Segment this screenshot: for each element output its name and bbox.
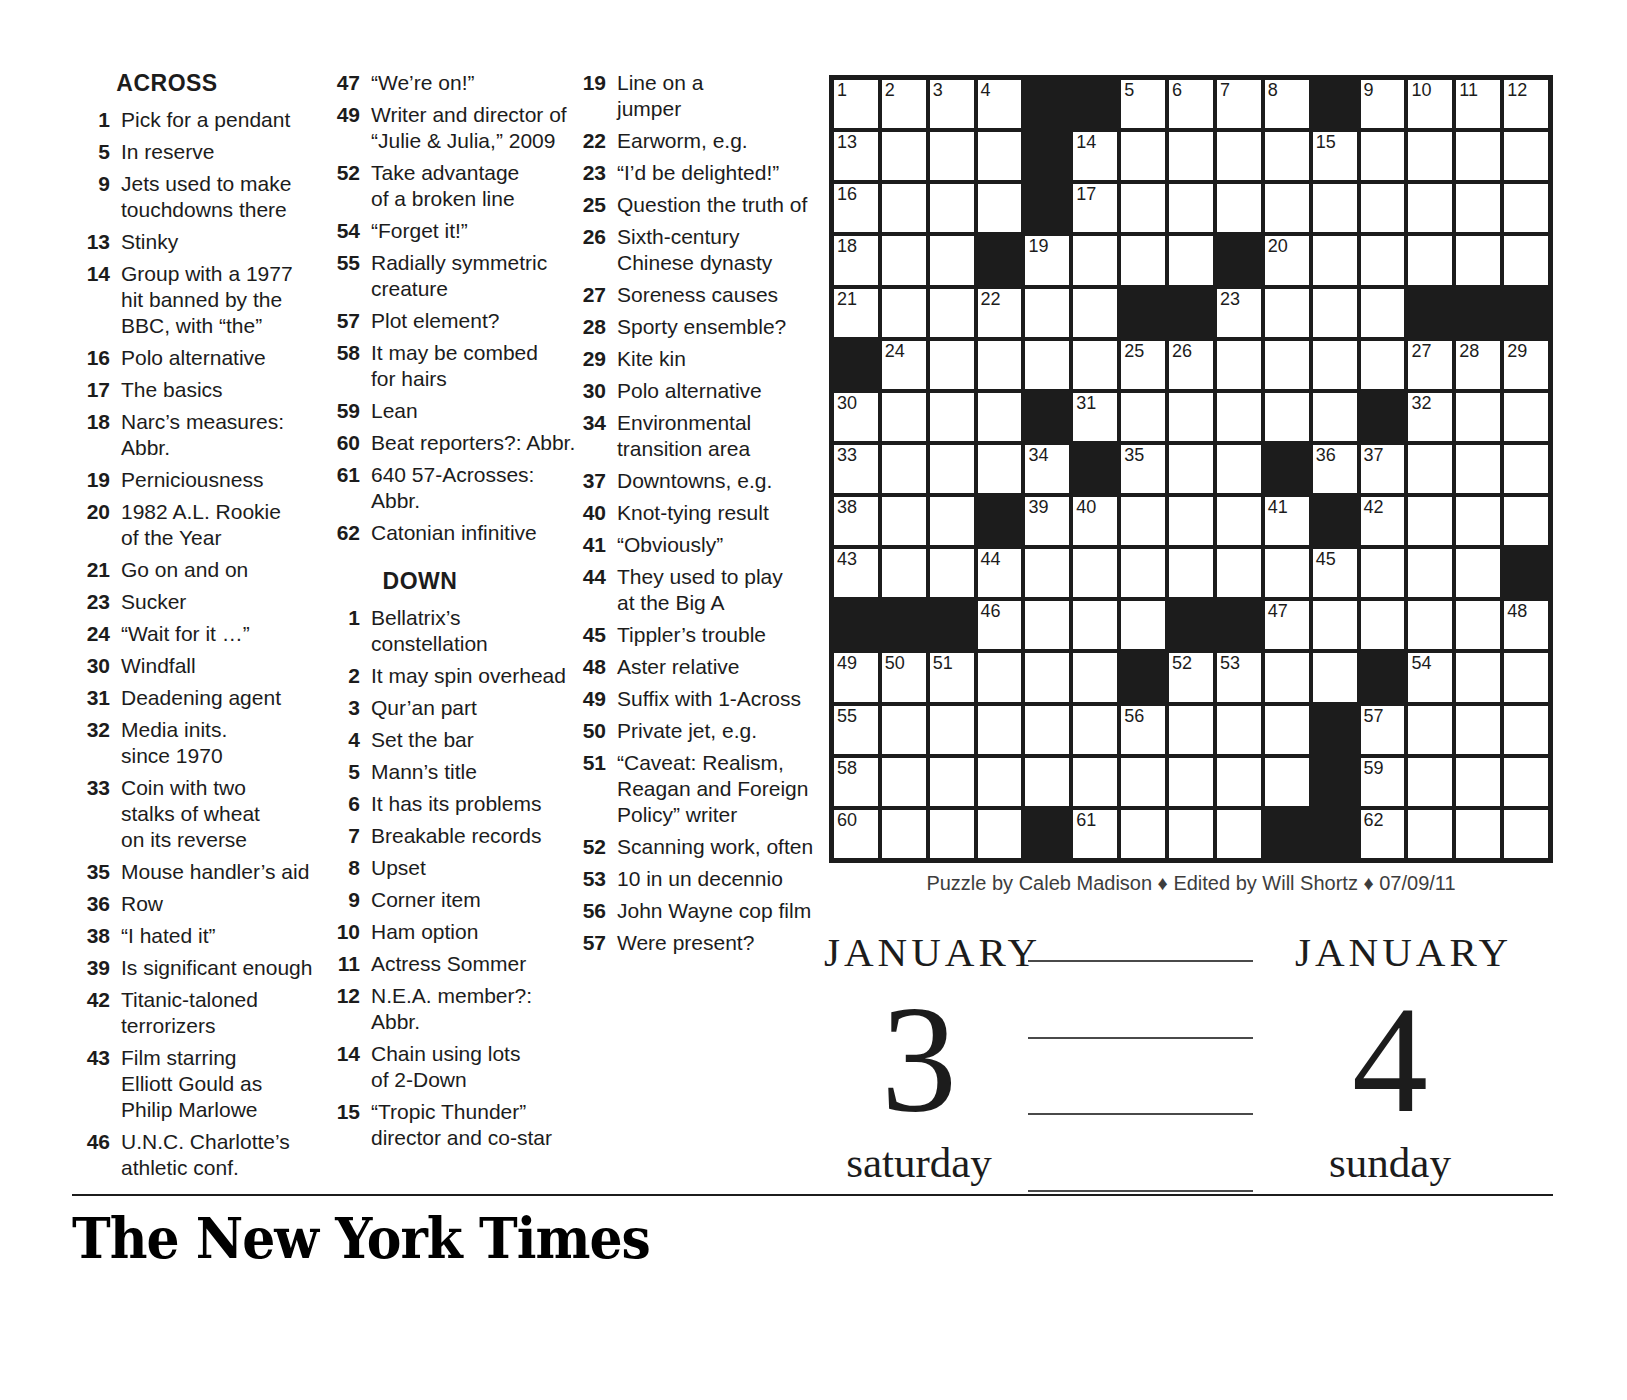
black-cell-r1c11 — [1313, 80, 1357, 128]
clue-text: Lean — [371, 398, 418, 424]
cell-r4c8[interactable] — [1169, 236, 1213, 284]
cell-r15c8[interactable] — [1169, 810, 1213, 858]
across-clue-61: 61640 57-Acrosses: Abbr. — [322, 462, 578, 514]
cell-r9c7[interactable] — [1121, 497, 1165, 545]
cell-r9c8[interactable] — [1169, 497, 1213, 545]
cell-r14c9[interactable] — [1217, 758, 1261, 806]
cell-r5c5[interactable] — [1025, 289, 1069, 337]
across-clue-52: 52Take advantage of a broken line — [322, 160, 578, 212]
cell-number-56: 56 — [1124, 706, 1144, 727]
cell-r2c1[interactable]: 13 — [834, 132, 878, 180]
down-clue-10: 10Ham option — [322, 919, 578, 945]
cell-r1c3[interactable]: 3 — [930, 80, 974, 128]
cell-r13c7[interactable]: 56 — [1121, 706, 1165, 754]
cell-r1c2[interactable]: 2 — [882, 80, 926, 128]
cell-r14c3[interactable] — [930, 758, 974, 806]
cell-r8c15[interactable] — [1504, 445, 1548, 493]
cell-r11c15[interactable]: 48 — [1504, 601, 1548, 649]
across-clues-column-1: ACROSS 1Pick for a pendant5In reserve9Je… — [72, 70, 322, 1187]
clue-number: 42 — [72, 987, 121, 1039]
cell-r5c12[interactable] — [1361, 289, 1405, 337]
black-cell-r5c13 — [1408, 289, 1452, 337]
calendar-page: ACROSS 1Pick for a pendant5In reserve9Je… — [0, 0, 1627, 1400]
clue-text: “Caveat: Realism, Reagan and Foreign Pol… — [617, 750, 808, 828]
binding-line-4 — [1028, 1190, 1253, 1192]
cell-r8c8[interactable] — [1169, 445, 1213, 493]
clue-number: 57 — [322, 308, 371, 334]
cell-r2c14[interactable] — [1456, 132, 1500, 180]
cell-r7c9[interactable] — [1217, 393, 1261, 441]
clue-number: 18 — [72, 409, 121, 461]
cell-r6c8[interactable]: 26 — [1169, 341, 1213, 389]
clue-number: 5 — [322, 759, 371, 785]
across-clue-60: 60Beat reporters?: Abbr. — [322, 430, 578, 456]
cell-r6c12[interactable] — [1361, 341, 1405, 389]
down-clue-2: 2It may spin overhead — [322, 663, 578, 689]
clue-number: 39 — [72, 955, 121, 981]
cell-r4c7[interactable] — [1121, 236, 1165, 284]
cell-r11c10[interactable]: 47 — [1265, 601, 1309, 649]
cell-r9c5[interactable]: 39 — [1025, 497, 1069, 545]
cell-r11c13[interactable] — [1408, 601, 1452, 649]
cell-r10c4[interactable]: 44 — [978, 549, 1022, 597]
cell-number-23: 23 — [1220, 289, 1240, 310]
cell-r11c12[interactable] — [1361, 601, 1405, 649]
clue-number: 21 — [72, 557, 121, 583]
clue-number: 7 — [322, 823, 371, 849]
cell-r13c10[interactable] — [1265, 706, 1309, 754]
cell-r10c5[interactable] — [1025, 549, 1069, 597]
cell-r7c2[interactable] — [882, 393, 926, 441]
cell-r6c9[interactable] — [1217, 341, 1261, 389]
cell-r2c11[interactable]: 15 — [1313, 132, 1357, 180]
across-clue-62: 62Catonian infinitive — [322, 520, 578, 546]
cell-r12c5[interactable] — [1025, 653, 1069, 701]
clue-text: Sixth-century Chinese dynasty — [617, 224, 772, 276]
clue-text: Aster relative — [617, 654, 740, 680]
cell-r10c2[interactable] — [882, 549, 926, 597]
clue-text: Plot element? — [371, 308, 499, 334]
cell-r9c10[interactable]: 41 — [1265, 497, 1309, 545]
cell-r6c11[interactable] — [1313, 341, 1357, 389]
cell-r13c15[interactable] — [1504, 706, 1548, 754]
cell-r5c10[interactable] — [1265, 289, 1309, 337]
cell-r11c7[interactable] — [1121, 601, 1165, 649]
cell-r9c1[interactable]: 38 — [834, 497, 878, 545]
cell-r9c2[interactable] — [882, 497, 926, 545]
across-clue-35: 35Mouse handler’s aid — [72, 859, 322, 885]
cell-r12c11[interactable] — [1313, 653, 1357, 701]
cell-r14c2[interactable] — [882, 758, 926, 806]
clue-text: Line on a jumper — [617, 70, 703, 122]
clue-number: 52 — [322, 160, 371, 212]
cell-r15c12[interactable]: 62 — [1361, 810, 1405, 858]
cell-r12c14[interactable] — [1456, 653, 1500, 701]
cell-r8c11[interactable]: 36 — [1313, 445, 1357, 493]
cell-r10c14[interactable] — [1456, 549, 1500, 597]
cell-r8c13[interactable] — [1408, 445, 1452, 493]
cell-r13c9[interactable] — [1217, 706, 1261, 754]
cell-r13c14[interactable] — [1456, 706, 1500, 754]
cell-r15c14[interactable] — [1456, 810, 1500, 858]
clue-number: 43 — [72, 1045, 121, 1123]
clue-text: Environmental transition area — [617, 410, 751, 462]
cell-r12c13[interactable]: 54 — [1408, 653, 1452, 701]
cell-r3c13[interactable] — [1408, 184, 1452, 232]
cell-r11c14[interactable] — [1456, 601, 1500, 649]
cell-number-18: 18 — [837, 236, 857, 257]
cell-r13c2[interactable] — [882, 706, 926, 754]
clue-number: 60 — [322, 430, 371, 456]
cell-r6c3[interactable] — [930, 341, 974, 389]
clue-number: 28 — [568, 314, 617, 340]
cell-r15c4[interactable] — [978, 810, 1022, 858]
cell-r10c1[interactable]: 43 — [834, 549, 878, 597]
cell-r14c10[interactable] — [1265, 758, 1309, 806]
cell-r1c1[interactable]: 1 — [834, 80, 878, 128]
across-clue-59: 59Lean — [322, 398, 578, 424]
cell-number-3: 3 — [933, 80, 943, 101]
clue-text: “I’d be delighted!” — [617, 160, 779, 186]
cell-r11c11[interactable] — [1313, 601, 1357, 649]
cell-number-44: 44 — [981, 549, 1001, 570]
cell-number-28: 28 — [1459, 341, 1479, 362]
cell-r14c4[interactable] — [978, 758, 1022, 806]
crossword-grid[interactable]: 1234567891011121314151617181920212223242… — [829, 75, 1553, 863]
cell-r2c12[interactable] — [1361, 132, 1405, 180]
clue-text: Stinky — [121, 229, 178, 255]
cell-r14c13[interactable] — [1408, 758, 1452, 806]
cell-r4c11[interactable] — [1313, 236, 1357, 284]
clue-text: “Forget it!” — [371, 218, 468, 244]
cell-r2c8[interactable] — [1169, 132, 1213, 180]
across-clue-46: 46U.N.C. Charlotte’s athletic conf. — [72, 1129, 322, 1181]
clue-text: Writer and director of “Julie & Julia,” … — [371, 102, 567, 154]
cell-r2c9[interactable] — [1217, 132, 1261, 180]
cell-r15c1[interactable]: 60 — [834, 810, 878, 858]
across-clue-23: 23Sucker — [72, 589, 322, 615]
cell-r13c8[interactable] — [1169, 706, 1213, 754]
cell-r6c15[interactable]: 29 — [1504, 341, 1548, 389]
cell-r12c8[interactable]: 52 — [1169, 653, 1213, 701]
cell-r15c13[interactable] — [1408, 810, 1452, 858]
cell-number-32: 32 — [1411, 393, 1431, 414]
cell-r7c3[interactable] — [930, 393, 974, 441]
clue-text: “Tropic Thunder” director and co-star — [371, 1099, 552, 1151]
cell-r14c5[interactable] — [1025, 758, 1069, 806]
down-clue-6: 6It has its problems — [322, 791, 578, 817]
cell-r12c9[interactable]: 53 — [1217, 653, 1261, 701]
cell-r1c8[interactable]: 6 — [1169, 80, 1213, 128]
cell-r2c4[interactable] — [978, 132, 1022, 180]
cell-r9c13[interactable] — [1408, 497, 1452, 545]
cell-number-38: 38 — [837, 497, 857, 518]
black-cell-r11c9 — [1217, 601, 1261, 649]
clue-text: Go on and on — [121, 557, 248, 583]
black-cell-r15c11 — [1313, 810, 1357, 858]
black-cell-r3c5 — [1025, 184, 1069, 232]
cell-r14c6[interactable] — [1073, 758, 1117, 806]
cell-number-62: 62 — [1364, 810, 1384, 831]
cell-number-26: 26 — [1172, 341, 1192, 362]
cell-r7c7[interactable] — [1121, 393, 1165, 441]
clue-text: Mouse handler’s aid — [121, 859, 309, 885]
cell-r15c15[interactable] — [1504, 810, 1548, 858]
cell-r1c7[interactable]: 5 — [1121, 80, 1165, 128]
cell-r5c6[interactable] — [1073, 289, 1117, 337]
clue-number: 15 — [322, 1099, 371, 1151]
cell-r1c14[interactable]: 11 — [1456, 80, 1500, 128]
cell-r8c3[interactable] — [930, 445, 974, 493]
cell-r4c3[interactable] — [930, 236, 974, 284]
cell-r1c10[interactable]: 8 — [1265, 80, 1309, 128]
cell-r12c3[interactable]: 51 — [930, 653, 974, 701]
clue-text: Film starring Elliott Gould as Philip Ma… — [121, 1045, 262, 1123]
cell-r5c3[interactable] — [930, 289, 974, 337]
clue-text: Actress Sommer — [371, 951, 526, 977]
clue-number: 1 — [72, 107, 121, 133]
cell-r12c6[interactable] — [1073, 653, 1117, 701]
cell-number-1: 1 — [837, 80, 847, 101]
cell-r13c4[interactable] — [978, 706, 1022, 754]
cell-r15c9[interactable] — [1217, 810, 1261, 858]
cell-r2c3[interactable] — [930, 132, 974, 180]
cell-r7c10[interactable] — [1265, 393, 1309, 441]
down-clue-34: 34Environmental transition area — [568, 410, 824, 462]
cell-r4c12[interactable] — [1361, 236, 1405, 284]
cell-number-36: 36 — [1316, 445, 1336, 466]
cell-r13c3[interactable] — [930, 706, 974, 754]
cell-r3c15[interactable] — [1504, 184, 1548, 232]
across-clue-42: 42Titanic-taloned terrorizers — [72, 987, 322, 1039]
cell-r7c13[interactable]: 32 — [1408, 393, 1452, 441]
cell-r3c12[interactable] — [1361, 184, 1405, 232]
cell-r10c6[interactable] — [1073, 549, 1117, 597]
cell-r10c8[interactable] — [1169, 549, 1213, 597]
cell-r14c15[interactable] — [1504, 758, 1548, 806]
cell-r14c14[interactable] — [1456, 758, 1500, 806]
cell-r8c12[interactable]: 37 — [1361, 445, 1405, 493]
cell-r12c10[interactable] — [1265, 653, 1309, 701]
cell-r8c2[interactable] — [882, 445, 926, 493]
cell-r3c3[interactable] — [930, 184, 974, 232]
clue-number: 36 — [72, 891, 121, 917]
cell-number-34: 34 — [1028, 445, 1048, 466]
cell-r3c9[interactable] — [1217, 184, 1261, 232]
black-cell-r7c12 — [1361, 393, 1405, 441]
down-clues-column-2: 19Line on a jumper22Earworm, e.g.23“I’d … — [568, 70, 824, 962]
cell-r6c10[interactable] — [1265, 341, 1309, 389]
cell-r10c13[interactable] — [1408, 549, 1452, 597]
cell-r10c9[interactable] — [1217, 549, 1261, 597]
cell-r4c13[interactable] — [1408, 236, 1452, 284]
cell-r10c12[interactable] — [1361, 549, 1405, 597]
clue-text: Polo alternative — [617, 378, 762, 404]
cell-r4c6[interactable] — [1073, 236, 1117, 284]
across-clue-5: 5In reserve — [72, 139, 322, 165]
cell-r1c12[interactable]: 9 — [1361, 80, 1405, 128]
cell-r8c5[interactable]: 34 — [1025, 445, 1069, 493]
cell-r3c10[interactable] — [1265, 184, 1309, 232]
cell-r3c11[interactable] — [1313, 184, 1357, 232]
cell-number-30: 30 — [837, 393, 857, 414]
cell-r7c11[interactable] — [1313, 393, 1357, 441]
cell-r7c14[interactable] — [1456, 393, 1500, 441]
cell-r3c2[interactable] — [882, 184, 926, 232]
black-cell-r1c6 — [1073, 80, 1117, 128]
across-clues-list-2: 47“We’re on!”49Writer and director of “J… — [322, 70, 578, 546]
cell-r6c7[interactable]: 25 — [1121, 341, 1165, 389]
cell-r15c3[interactable] — [930, 810, 974, 858]
black-cell-r12c7 — [1121, 653, 1165, 701]
cell-r14c7[interactable] — [1121, 758, 1165, 806]
black-cell-r7c5 — [1025, 393, 1069, 441]
clue-number: 2 — [322, 663, 371, 689]
cell-r15c6[interactable]: 61 — [1073, 810, 1117, 858]
cell-r12c15[interactable] — [1504, 653, 1548, 701]
cell-r8c9[interactable] — [1217, 445, 1261, 493]
clue-text: Radially symmetric creature — [371, 250, 547, 302]
cell-r11c5[interactable] — [1025, 601, 1069, 649]
cell-r9c3[interactable] — [930, 497, 974, 545]
cell-r9c9[interactable] — [1217, 497, 1261, 545]
cell-r14c12[interactable]: 59 — [1361, 758, 1405, 806]
cell-r9c14[interactable] — [1456, 497, 1500, 545]
cell-r15c2[interactable] — [882, 810, 926, 858]
cell-r5c1[interactable]: 21 — [834, 289, 878, 337]
cell-r13c6[interactable] — [1073, 706, 1117, 754]
cell-r10c7[interactable] — [1121, 549, 1165, 597]
down-clue-51: 51“Caveat: Realism, Reagan and Foreign P… — [568, 750, 824, 828]
cell-r2c7[interactable] — [1121, 132, 1165, 180]
cell-r3c6[interactable]: 17 — [1073, 184, 1117, 232]
cell-r5c9[interactable]: 23 — [1217, 289, 1261, 337]
cell-r7c6[interactable]: 31 — [1073, 393, 1117, 441]
cell-r9c15[interactable] — [1504, 497, 1548, 545]
black-cell-r12c12 — [1361, 653, 1405, 701]
cell-r5c11[interactable] — [1313, 289, 1357, 337]
cell-r9c12[interactable]: 42 — [1361, 497, 1405, 545]
cell-r7c8[interactable] — [1169, 393, 1213, 441]
cell-r13c1[interactable]: 55 — [834, 706, 878, 754]
cell-r3c4[interactable] — [978, 184, 1022, 232]
cell-number-19: 19 — [1028, 236, 1048, 257]
cell-r2c15[interactable] — [1504, 132, 1548, 180]
cell-r1c4[interactable]: 4 — [978, 80, 1022, 128]
cell-r7c4[interactable] — [978, 393, 1022, 441]
cell-r8c14[interactable] — [1456, 445, 1500, 493]
across-clue-18: 18Narc’s measures: Abbr. — [72, 409, 322, 461]
cell-r3c14[interactable] — [1456, 184, 1500, 232]
cell-r2c6[interactable]: 14 — [1073, 132, 1117, 180]
cell-r2c10[interactable] — [1265, 132, 1309, 180]
clue-text: Set the bar — [371, 727, 474, 753]
clue-text: Scanning work, often — [617, 834, 813, 860]
cell-r4c1[interactable]: 18 — [834, 236, 878, 284]
cell-r5c4[interactable]: 22 — [978, 289, 1022, 337]
calendar-right-month: JANUARY — [1295, 928, 1485, 976]
clue-text: Soreness causes — [617, 282, 778, 308]
clue-text: Chain using lots of 2-Down — [371, 1041, 520, 1093]
cell-r12c4[interactable] — [978, 653, 1022, 701]
clue-text: U.N.C. Charlotte’s athletic conf. — [121, 1129, 290, 1181]
cell-r11c6[interactable] — [1073, 601, 1117, 649]
cell-r1c15[interactable]: 12 — [1504, 80, 1548, 128]
cell-r4c10[interactable]: 20 — [1265, 236, 1309, 284]
clue-number: 16 — [72, 345, 121, 371]
cell-r3c8[interactable] — [1169, 184, 1213, 232]
calendar-right-weekday: sunday — [1295, 1138, 1485, 1187]
cell-r4c14[interactable] — [1456, 236, 1500, 284]
clue-number: 17 — [72, 377, 121, 403]
down-clue-11: 11Actress Sommer — [322, 951, 578, 977]
cell-number-9: 9 — [1364, 80, 1374, 101]
cell-r1c9[interactable]: 7 — [1217, 80, 1261, 128]
cell-r12c2[interactable]: 50 — [882, 653, 926, 701]
cell-r11c4[interactable]: 46 — [978, 601, 1022, 649]
cell-r6c4[interactable] — [978, 341, 1022, 389]
cell-r13c5[interactable] — [1025, 706, 1069, 754]
cell-r10c11[interactable]: 45 — [1313, 549, 1357, 597]
clue-text: Corner item — [371, 887, 481, 913]
down-clue-19: 19Line on a jumper — [568, 70, 824, 122]
cell-r6c6[interactable] — [1073, 341, 1117, 389]
cell-r5c2[interactable] — [882, 289, 926, 337]
clue-text: Bellatrix’s constellation — [371, 605, 488, 657]
cell-r1c13[interactable]: 10 — [1408, 80, 1452, 128]
cell-r3c7[interactable] — [1121, 184, 1165, 232]
cell-r8c7[interactable]: 35 — [1121, 445, 1165, 493]
clue-text: “We’re on!” — [371, 70, 474, 96]
cell-r15c7[interactable] — [1121, 810, 1165, 858]
down-clue-50: 50Private jet, e.g. — [568, 718, 824, 744]
clue-text: Private jet, e.g. — [617, 718, 757, 744]
cell-r4c5[interactable]: 19 — [1025, 236, 1069, 284]
cell-number-13: 13 — [837, 132, 857, 153]
cell-r14c8[interactable] — [1169, 758, 1213, 806]
clue-number: 19 — [568, 70, 617, 122]
cell-r6c13[interactable]: 27 — [1408, 341, 1452, 389]
cell-r3c1[interactable]: 16 — [834, 184, 878, 232]
clue-text: They used to play at the Big A — [617, 564, 783, 616]
cell-number-17: 17 — [1076, 184, 1096, 205]
cell-r9c6[interactable]: 40 — [1073, 497, 1117, 545]
cell-r13c13[interactable] — [1408, 706, 1452, 754]
cell-r8c1[interactable]: 33 — [834, 445, 878, 493]
cell-r2c13[interactable] — [1408, 132, 1452, 180]
cell-number-16: 16 — [837, 184, 857, 205]
cell-r14c1[interactable]: 58 — [834, 758, 878, 806]
cell-r6c5[interactable] — [1025, 341, 1069, 389]
cell-r8c4[interactable] — [978, 445, 1022, 493]
across-clue-30: 30Windfall — [72, 653, 322, 679]
cell-r7c1[interactable]: 30 — [834, 393, 878, 441]
down-clue-44: 44They used to play at the Big A — [568, 564, 824, 616]
cell-r4c2[interactable] — [882, 236, 926, 284]
clue-number: 31 — [72, 685, 121, 711]
clue-number: 57 — [568, 930, 617, 956]
cell-r2c2[interactable] — [882, 132, 926, 180]
cell-r13c12[interactable]: 57 — [1361, 706, 1405, 754]
cell-r10c3[interactable] — [930, 549, 974, 597]
cell-r6c2[interactable]: 24 — [882, 341, 926, 389]
cell-r10c10[interactable] — [1265, 549, 1309, 597]
cell-r12c1[interactable]: 49 — [834, 653, 878, 701]
clue-text: It may spin overhead — [371, 663, 566, 689]
cell-r7c15[interactable] — [1504, 393, 1548, 441]
cell-r6c14[interactable]: 28 — [1456, 341, 1500, 389]
cell-r4c15[interactable] — [1504, 236, 1548, 284]
